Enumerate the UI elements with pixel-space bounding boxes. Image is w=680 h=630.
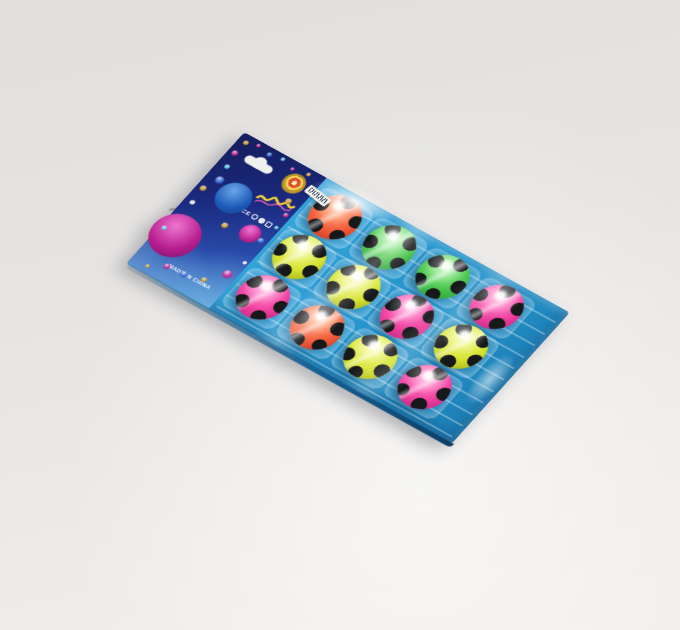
printed-dot bbox=[305, 172, 311, 177]
printed-dot bbox=[230, 149, 239, 156]
cert-icon bbox=[264, 221, 273, 228]
printed-dot bbox=[144, 264, 150, 269]
printed-dot bbox=[280, 157, 286, 162]
printed-dot bbox=[198, 185, 207, 192]
printed-dot bbox=[255, 143, 261, 148]
printed-dot bbox=[220, 269, 234, 280]
printed-dot bbox=[213, 175, 225, 185]
blister-card: CE MADE IN CHINA bbox=[126, 132, 569, 444]
printed-dot bbox=[256, 237, 265, 244]
printed-magenta-ball-large bbox=[137, 206, 212, 266]
printed-dot bbox=[242, 140, 250, 146]
printed-dot bbox=[189, 199, 197, 205]
printed-dot bbox=[220, 222, 229, 229]
printed-dot bbox=[266, 152, 274, 158]
printed-dot bbox=[223, 164, 231, 170]
printed-dot bbox=[289, 167, 295, 172]
photo-background: CE MADE IN CHINA bbox=[0, 0, 680, 630]
